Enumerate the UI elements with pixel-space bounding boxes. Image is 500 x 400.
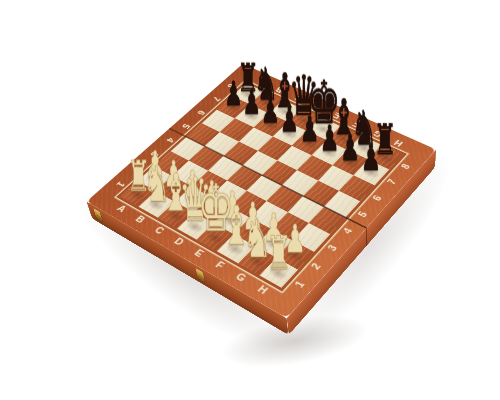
photo-background: ♜♞♝♛♚♝♞♜♟♟♟♟♟♟♟♟♟♟♟♟♟♟♟♟♜♞♝♛♚♝♞♜ ABCDEFG… (0, 0, 500, 400)
brass-latch-icon (93, 208, 102, 222)
brass-latch-icon (195, 268, 204, 282)
perspective-scene: ♜♞♝♛♚♝♞♜♟♟♟♟♟♟♟♟♟♟♟♟♟♟♟♟♜♞♝♛♚♝♞♜ ABCDEFG… (0, 0, 500, 400)
chess-board: ♜♞♝♛♚♝♞♜♟♟♟♟♟♟♟♟♟♟♟♟♟♟♟♟♜♞♝♛♚♝♞♜ ABCDEFG… (87, 64, 437, 319)
scene-tilt: ♜♞♝♛♚♝♞♜♟♟♟♟♟♟♟♟♟♟♟♟♟♟♟♟♜♞♝♛♚♝♞♜ ABCDEFG… (0, 0, 500, 400)
black-pawn-glyph-icon: ♟ (350, 140, 393, 176)
fold-seam-side (366, 228, 367, 247)
white-rook-glyph-icon: ♜ (256, 231, 302, 277)
